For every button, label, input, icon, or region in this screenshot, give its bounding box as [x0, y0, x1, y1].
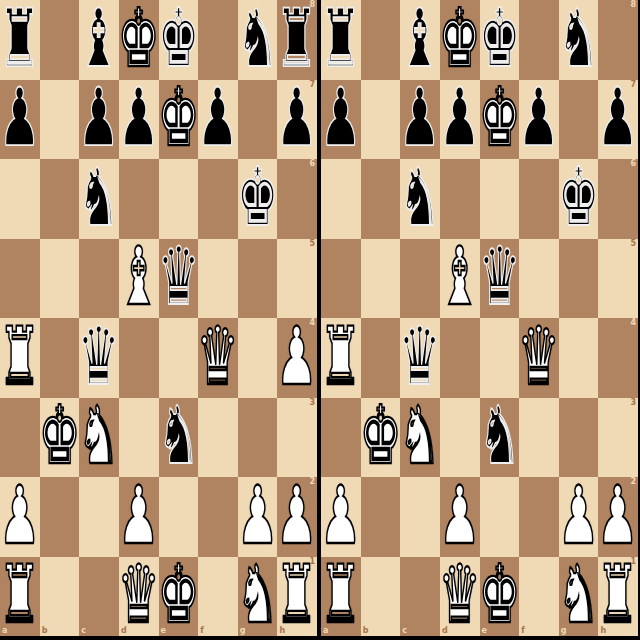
right-board-rank-label-1: 1 — [630, 558, 636, 566]
left-board-rank-label-7: 7 — [309, 81, 315, 89]
left-board-rank-label-5: 5 — [309, 240, 315, 248]
right-board-square-f6[interactable] — [519, 159, 559, 239]
left-board-square-d4[interactable] — [119, 318, 159, 398]
left-board-square-e2[interactable] — [159, 477, 199, 557]
right-board-square-b2[interactable] — [361, 477, 401, 557]
right-board-square-h1[interactable]: ♜1h — [598, 557, 638, 637]
right-board-square-b8[interactable] — [361, 0, 401, 80]
left-board-square-a2[interactable]: ♟ — [0, 477, 40, 557]
right-board-square-f7[interactable]: ♟ — [519, 80, 559, 160]
left-board-square-a3[interactable] — [0, 398, 40, 478]
left-board-file-label-f: f — [200, 627, 203, 635]
piece-white-knight: ♞ — [399, 396, 441, 476]
left-board-rank-label-3: 3 — [309, 399, 315, 407]
right-board-square-e1[interactable]: ♚e — [480, 557, 520, 637]
right-board-square-f5[interactable] — [519, 239, 559, 319]
piece-black-king: ♚ — [237, 157, 279, 237]
left-board-square-f2[interactable] — [198, 477, 238, 557]
right-board-square-e8[interactable]: ♚ — [480, 0, 520, 80]
left-board-file-label-g: g — [240, 627, 246, 635]
right-board-square-b3[interactable]: ♚ — [361, 398, 401, 478]
piece-black-pawn: ♟ — [78, 78, 120, 158]
left-board-square-h5[interactable]: 5 — [277, 239, 317, 319]
right-board-rank-label-5: 5 — [630, 240, 636, 248]
right-board-square-h6[interactable]: 6 — [598, 159, 638, 239]
piece-white-pawn: ♟ — [276, 475, 318, 555]
left-board-square-e7[interactable]: ♚ — [159, 80, 199, 160]
left-board-square-f3[interactable] — [198, 398, 238, 478]
right-board-square-e2[interactable] — [480, 477, 520, 557]
piece-black-pawn: ♟ — [197, 78, 239, 158]
left-board-square-b1[interactable]: b — [40, 557, 80, 637]
right-board-square-a5[interactable] — [321, 239, 361, 319]
right-board-rank-label-8: 8 — [630, 1, 636, 9]
piece-white-rook: ♜ — [320, 316, 362, 396]
left-board-square-g2[interactable]: ♟ — [238, 477, 278, 557]
right-board-square-a2[interactable]: ♟ — [321, 477, 361, 557]
piece-black-queen: ♛ — [399, 316, 441, 396]
piece-white-knight: ♞ — [558, 555, 600, 635]
left-board-square-c3[interactable]: ♞ — [79, 398, 119, 478]
left-board-square-d1[interactable]: ♛d — [119, 557, 159, 637]
right-board-square-d1[interactable]: ♛d — [440, 557, 480, 637]
left-board-file-label-d: d — [121, 627, 127, 635]
right-board-square-f1[interactable]: f — [519, 557, 559, 637]
right-board-square-d2[interactable]: ♟ — [440, 477, 480, 557]
right-board-file-label-h: h — [600, 627, 606, 635]
left-board-square-b7[interactable] — [40, 80, 80, 160]
piece-white-queen: ♛ — [118, 555, 160, 635]
left-board-square-h8[interactable]: ♜8 — [277, 0, 317, 80]
right-board-file-label-g: g — [561, 627, 567, 635]
left-board-square-f6[interactable] — [198, 159, 238, 239]
left-board-square-d5[interactable]: ♝ — [119, 239, 159, 319]
left-board-square-c6[interactable]: ♞ — [79, 159, 119, 239]
left-board-square-e8[interactable]: ♚ — [159, 0, 199, 80]
left-board-square-a7[interactable]: ♟ — [0, 80, 40, 160]
left-board-square-d8[interactable]: ♚ — [119, 0, 159, 80]
right-board-square-c2[interactable] — [400, 477, 440, 557]
right-board-square-a8[interactable]: ♜ — [321, 0, 361, 80]
piece-white-pawn: ♟ — [0, 475, 41, 555]
left-board-square-a8[interactable]: ♜ — [0, 0, 40, 80]
piece-black-knight: ♞ — [558, 0, 600, 78]
piece-black-queen: ♛ — [157, 237, 199, 317]
right-board-square-f4[interactable]: ♛ — [519, 318, 559, 398]
right-board-file-label-b: b — [363, 627, 369, 635]
left-board-square-b4[interactable] — [40, 318, 80, 398]
right-board-square-b6[interactable] — [361, 159, 401, 239]
left-board-square-h4[interactable]: ♟4 — [277, 318, 317, 398]
piece-white-queen: ♛ — [197, 316, 239, 396]
piece-black-knight: ♞ — [157, 396, 199, 476]
left-board-square-f4[interactable]: ♛ — [198, 318, 238, 398]
left-board-square-h1[interactable]: ♜1h — [277, 557, 317, 637]
piece-white-king: ♚ — [478, 555, 520, 635]
piece-black-pawn: ♟ — [518, 78, 560, 158]
left-board-square-d2[interactable]: ♟ — [119, 477, 159, 557]
left-board-square-e5[interactable]: ♛ — [159, 239, 199, 319]
right-board-rank-label-2: 2 — [630, 478, 636, 486]
right-board-file-label-f: f — [521, 627, 524, 635]
right-board-square-c8[interactable]: ♝ — [400, 0, 440, 80]
left-board-rank-label-8: 8 — [309, 1, 315, 9]
left-board-square-a5[interactable] — [0, 239, 40, 319]
left-board-square-b8[interactable] — [40, 0, 80, 80]
piece-black-king: ♚ — [478, 0, 520, 78]
left-board-square-g5[interactable] — [238, 239, 278, 319]
piece-white-rook: ♜ — [0, 555, 41, 635]
right-board-square-h4[interactable]: 4 — [598, 318, 638, 398]
right-board-square-c6[interactable]: ♞ — [400, 159, 440, 239]
right-board-square-c5[interactable] — [400, 239, 440, 319]
left-board-square-d7[interactable]: ♟ — [119, 80, 159, 160]
piece-white-pawn: ♟ — [237, 475, 279, 555]
right-board-square-e6[interactable] — [480, 159, 520, 239]
right-board-square-g3[interactable] — [559, 398, 599, 478]
right-board-square-b4[interactable] — [361, 318, 401, 398]
left-board-square-b6[interactable] — [40, 159, 80, 239]
right-board-square-g7[interactable] — [559, 80, 599, 160]
piece-white-queen: ♛ — [439, 555, 481, 635]
piece-black-queen: ♛ — [78, 316, 120, 396]
piece-white-pawn: ♟ — [320, 475, 362, 555]
right-board-square-d4[interactable] — [440, 318, 480, 398]
right-board: ♜♝♚♚♞8♟♟♟♚♟♟7♞♚6♝♛5♜♛♛4♚♞♞3♟♟♟♟2♜abc♛d♚e… — [321, 0, 638, 636]
right-board-square-h3[interactable]: 3 — [598, 398, 638, 478]
piece-white-king: ♚ — [157, 78, 199, 158]
right-board-square-a6[interactable] — [321, 159, 361, 239]
left-board-square-b2[interactable] — [40, 477, 80, 557]
piece-white-queen: ♛ — [518, 316, 560, 396]
right-board-square-f8[interactable] — [519, 0, 559, 80]
right-board-square-d7[interactable]: ♟ — [440, 80, 480, 160]
right-board-square-g5[interactable] — [559, 239, 599, 319]
left-board-rank-label-2: 2 — [309, 478, 315, 486]
left-board-file-label-e: e — [161, 627, 166, 635]
left-board-square-c1[interactable]: c — [79, 557, 119, 637]
left-board-square-f1[interactable]: f — [198, 557, 238, 637]
right-board-square-b1[interactable]: b — [361, 557, 401, 637]
piece-white-king: ♚ — [439, 0, 481, 78]
right-board-square-a3[interactable] — [321, 398, 361, 478]
right-board-file-label-c: c — [402, 627, 407, 635]
right-board-file-label-a: a — [323, 627, 328, 635]
left-board-square-a1[interactable]: ♜a — [0, 557, 40, 637]
piece-black-pawn: ♟ — [0, 78, 41, 158]
piece-white-rook: ♜ — [276, 555, 318, 635]
left-board-file-label-b: b — [42, 627, 48, 635]
piece-black-bishop: ♝ — [399, 0, 441, 78]
right-board-square-e4[interactable] — [480, 318, 520, 398]
left-board-file-label-a: a — [2, 627, 7, 635]
right-board-rank-label-4: 4 — [630, 319, 636, 327]
piece-black-pawn: ♟ — [320, 78, 362, 158]
piece-white-pawn: ♟ — [276, 316, 318, 396]
piece-black-pawn: ♟ — [439, 78, 481, 158]
left-board-square-f8[interactable] — [198, 0, 238, 80]
left-board-square-g3[interactable] — [238, 398, 278, 478]
left-board-square-a6[interactable] — [0, 159, 40, 239]
left-board-square-g4[interactable] — [238, 318, 278, 398]
right-board-square-c1[interactable]: c — [400, 557, 440, 637]
right-board-square-g2[interactable]: ♟ — [559, 477, 599, 557]
right-board-square-c3[interactable]: ♞ — [400, 398, 440, 478]
left-board-square-h7[interactable]: ♟7 — [277, 80, 317, 160]
piece-black-pawn: ♟ — [118, 78, 160, 158]
left-board-square-b5[interactable] — [40, 239, 80, 319]
piece-white-king: ♚ — [39, 396, 81, 476]
left-board-square-e6[interactable] — [159, 159, 199, 239]
piece-white-rook: ♜ — [597, 555, 639, 635]
left-board-file-label-h: h — [279, 627, 285, 635]
piece-white-king: ♚ — [118, 0, 160, 78]
piece-black-pawn: ♟ — [597, 78, 639, 158]
right-board-square-h7[interactable]: ♟7 — [598, 80, 638, 160]
right-board-square-f3[interactable] — [519, 398, 559, 478]
left-board-square-a4[interactable]: ♜ — [0, 318, 40, 398]
right-board-square-d8[interactable]: ♚ — [440, 0, 480, 80]
right-board-square-h2[interactable]: ♟2 — [598, 477, 638, 557]
right-board-square-f2[interactable] — [519, 477, 559, 557]
right-board-file-label-e: e — [482, 627, 487, 635]
right-board-square-d6[interactable] — [440, 159, 480, 239]
piece-black-rook: ♜ — [0, 0, 41, 78]
left-board-file-label-c: c — [81, 627, 86, 635]
piece-white-rook: ♜ — [320, 555, 362, 635]
right-board-square-g1[interactable]: ♞g — [559, 557, 599, 637]
right-board-rank-label-3: 3 — [630, 399, 636, 407]
right-board-square-b5[interactable] — [361, 239, 401, 319]
right-board-square-b7[interactable] — [361, 80, 401, 160]
piece-white-pawn: ♟ — [558, 475, 600, 555]
piece-white-knight: ♞ — [237, 555, 279, 635]
left-board-square-h2[interactable]: ♟2 — [277, 477, 317, 557]
left-board-square-b3[interactable]: ♚ — [40, 398, 80, 478]
right-board-square-d3[interactable] — [440, 398, 480, 478]
left-board-square-g8[interactable]: ♞ — [238, 0, 278, 80]
right-board-square-g4[interactable] — [559, 318, 599, 398]
left-board-square-e4[interactable] — [159, 318, 199, 398]
right-board-square-g6[interactable]: ♚ — [559, 159, 599, 239]
right-board-square-h8[interactable]: 8 — [598, 0, 638, 80]
left-board-square-e1[interactable]: ♚e — [159, 557, 199, 637]
right-board-rank-label-7: 7 — [630, 81, 636, 89]
left-board-square-g1[interactable]: ♞g — [238, 557, 278, 637]
left-board-square-h6[interactable]: 6 — [277, 159, 317, 239]
piece-black-pawn: ♟ — [399, 78, 441, 158]
left-board-square-g7[interactable] — [238, 80, 278, 160]
piece-black-pawn: ♟ — [276, 78, 318, 158]
piece-black-knight: ♞ — [478, 396, 520, 476]
piece-white-bishop: ♝ — [439, 237, 481, 317]
left-board-square-c4[interactable]: ♛ — [79, 318, 119, 398]
right-board-rank-label-6: 6 — [630, 160, 636, 168]
piece-black-rook: ♜ — [276, 0, 318, 78]
right-board-square-e5[interactable]: ♛ — [480, 239, 520, 319]
piece-black-knight: ♞ — [237, 0, 279, 78]
piece-white-rook: ♜ — [0, 316, 41, 396]
left-board-square-c2[interactable] — [79, 477, 119, 557]
left-board: ♜♝♚♚♞♜8♟♟♟♚♟♟7♞♚6♝♛5♜♛♛♟4♚♞♞3♟♟♟♟2♜abc♛d… — [0, 0, 317, 636]
piece-white-pawn: ♟ — [439, 475, 481, 555]
piece-white-king: ♚ — [157, 555, 199, 635]
piece-black-king: ♚ — [558, 157, 600, 237]
left-board-square-c5[interactable] — [79, 239, 119, 319]
left-board-rank-label-6: 6 — [309, 160, 315, 168]
double-chess-board: ♜♝♚♚♞♜8♟♟♟♚♟♟7♞♚6♝♛5♜♛♛♟4♚♞♞3♟♟♟♟2♜abc♛d… — [0, 0, 640, 640]
left-board-square-h3[interactable]: 3 — [277, 398, 317, 478]
left-board-square-c7[interactable]: ♟ — [79, 80, 119, 160]
piece-black-knight: ♞ — [78, 157, 120, 237]
piece-black-queen: ♛ — [478, 237, 520, 317]
right-board-square-e3[interactable]: ♞ — [480, 398, 520, 478]
right-board-square-a4[interactable]: ♜ — [321, 318, 361, 398]
right-board-square-a1[interactable]: ♜a — [321, 557, 361, 637]
right-board-square-c4[interactable]: ♛ — [400, 318, 440, 398]
left-board-square-f7[interactable]: ♟ — [198, 80, 238, 160]
piece-white-king: ♚ — [360, 396, 402, 476]
left-board-square-c8[interactable]: ♝ — [79, 0, 119, 80]
left-board-rank-label-4: 4 — [309, 319, 315, 327]
piece-black-bishop: ♝ — [78, 0, 120, 78]
piece-white-knight: ♞ — [78, 396, 120, 476]
piece-white-bishop: ♝ — [118, 237, 160, 317]
right-board-square-h5[interactable]: 5 — [598, 239, 638, 319]
right-board-file-label-d: d — [442, 627, 448, 635]
left-board-square-d3[interactable] — [119, 398, 159, 478]
piece-black-knight: ♞ — [399, 157, 441, 237]
piece-white-king: ♚ — [478, 78, 520, 158]
piece-black-king: ♚ — [157, 0, 199, 78]
left-board-square-d6[interactable] — [119, 159, 159, 239]
left-board-square-e3[interactable]: ♞ — [159, 398, 199, 478]
right-board-square-a7[interactable]: ♟ — [321, 80, 361, 160]
left-board-rank-label-1: 1 — [309, 558, 315, 566]
piece-black-rook: ♜ — [320, 0, 362, 78]
right-board-square-d5[interactable]: ♝ — [440, 239, 480, 319]
left-board-square-g6[interactable]: ♚ — [238, 159, 278, 239]
right-board-square-g8[interactable]: ♞ — [559, 0, 599, 80]
right-board-square-e7[interactable]: ♚ — [480, 80, 520, 160]
piece-white-pawn: ♟ — [118, 475, 160, 555]
right-board-square-c7[interactable]: ♟ — [400, 80, 440, 160]
left-board-square-f5[interactable] — [198, 239, 238, 319]
piece-white-pawn: ♟ — [597, 475, 639, 555]
